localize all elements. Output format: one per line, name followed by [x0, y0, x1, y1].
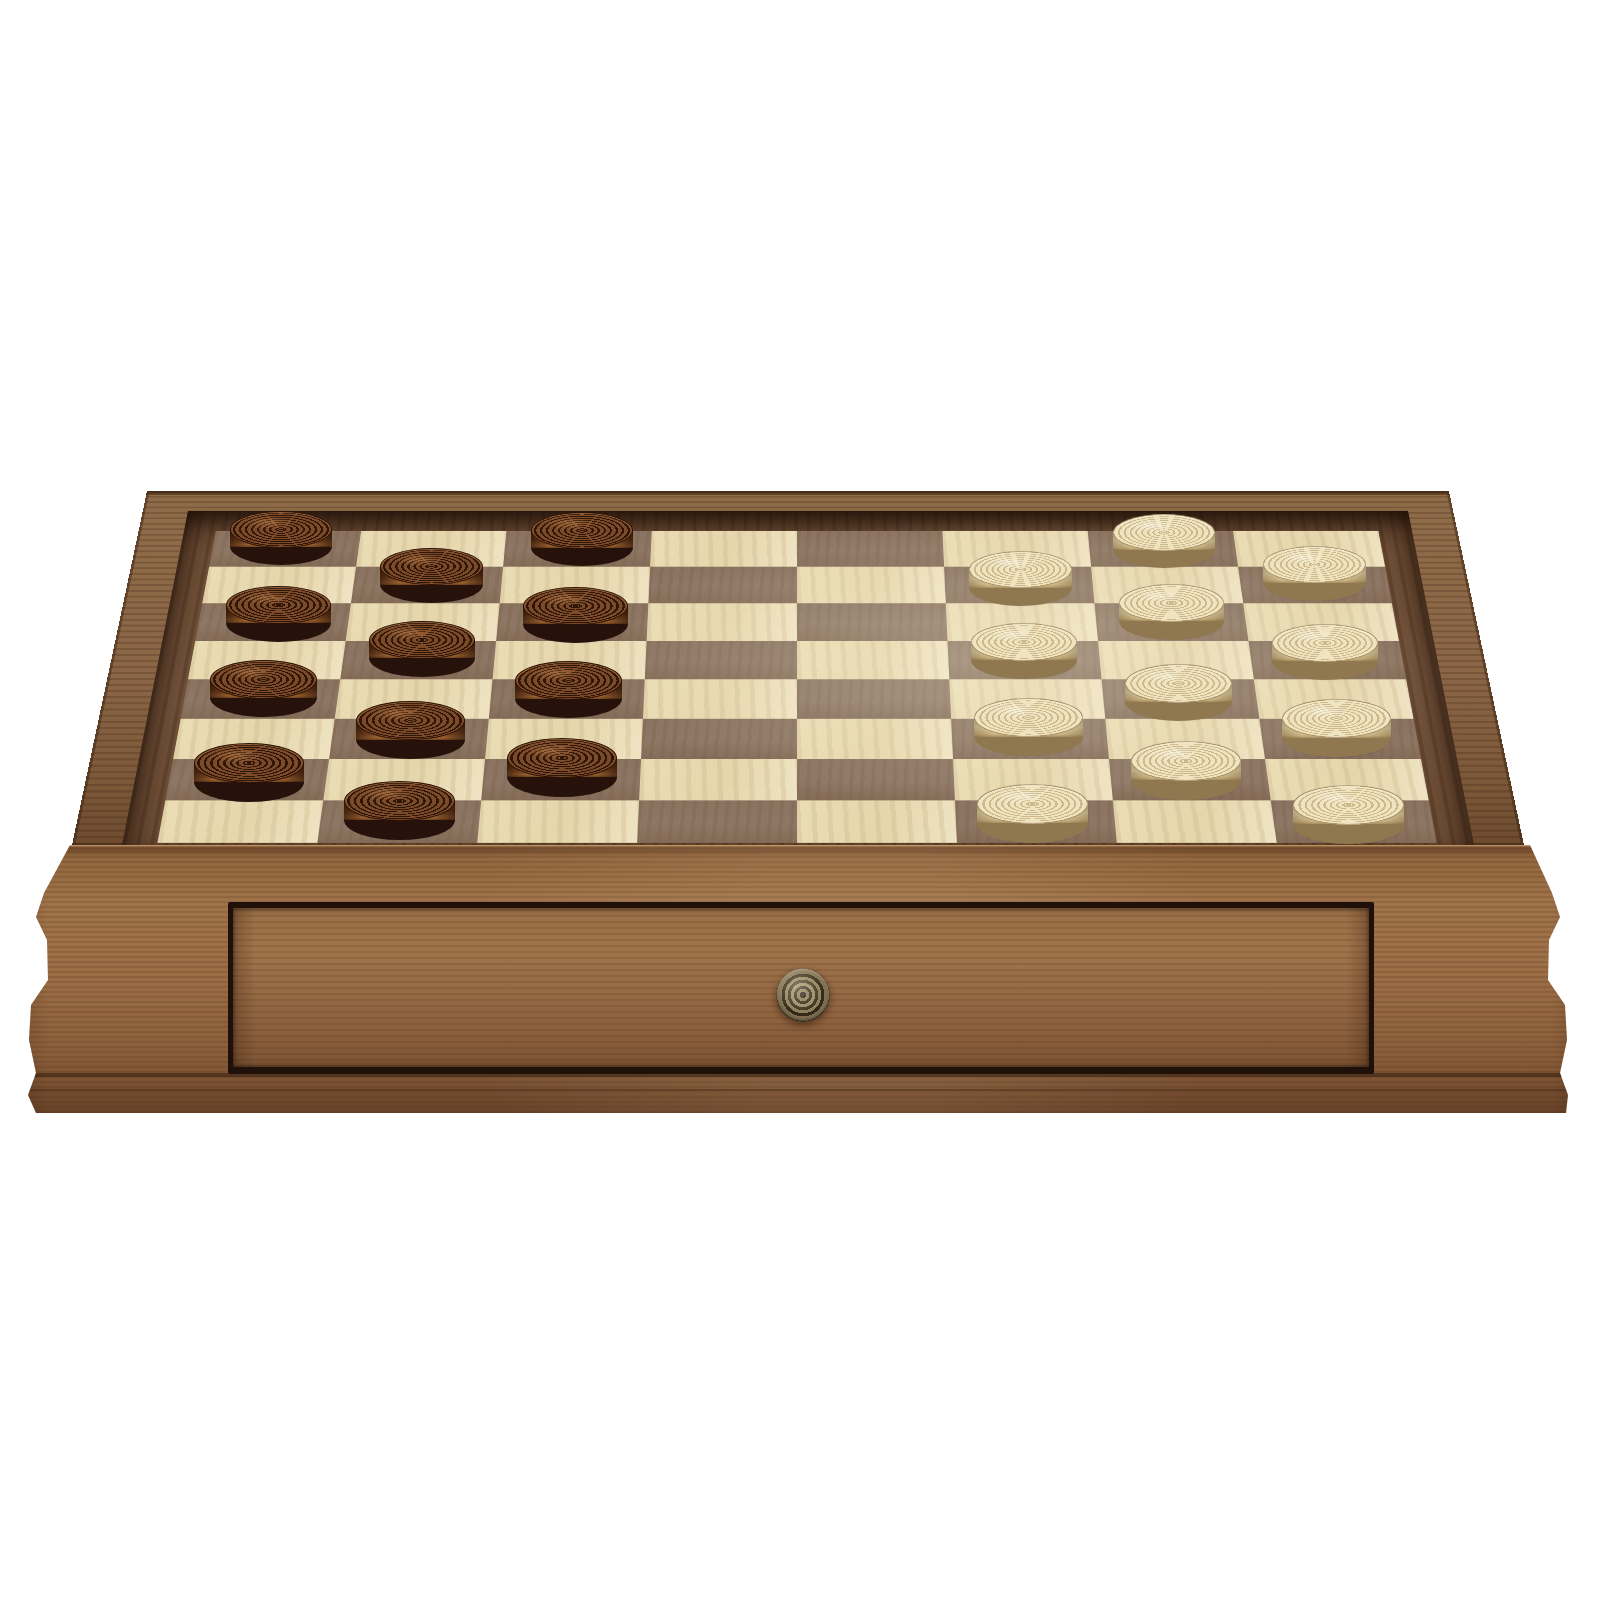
square-f1[interactable]: [942, 531, 1091, 567]
square-e1[interactable]: [797, 531, 944, 567]
square-h5[interactable]: [1254, 679, 1414, 718]
square-c5[interactable]: [489, 679, 645, 718]
square-a4[interactable]: [188, 641, 346, 679]
square-c8[interactable]: [477, 800, 639, 842]
square-b1[interactable]: [356, 531, 506, 567]
square-d2[interactable]: [648, 567, 797, 604]
drawer-gap: [228, 902, 1374, 1074]
checkerboard-grid: [157, 531, 1436, 843]
square-b5[interactable]: [335, 679, 493, 718]
square-d3[interactable]: [647, 603, 797, 641]
square-e5[interactable]: [797, 679, 951, 718]
square-a2[interactable]: [202, 567, 356, 604]
drawer-front[interactable]: [233, 908, 1369, 1067]
square-h1[interactable]: [1233, 531, 1385, 567]
square-e4[interactable]: [797, 641, 949, 679]
square-h3[interactable]: [1243, 603, 1399, 641]
square-f3[interactable]: [946, 603, 1098, 641]
square-a6[interactable]: [173, 719, 335, 759]
square-c4[interactable]: [493, 641, 647, 679]
square-e6[interactable]: [797, 719, 953, 759]
square-b7[interactable]: [323, 759, 485, 800]
square-a8[interactable]: [157, 800, 323, 842]
square-c3[interactable]: [496, 603, 648, 641]
square-e3[interactable]: [797, 603, 947, 641]
square-d4[interactable]: [645, 641, 797, 679]
square-g6[interactable]: [1105, 719, 1265, 759]
square-f6[interactable]: [951, 719, 1109, 759]
square-d7[interactable]: [639, 759, 797, 800]
square-g5[interactable]: [1102, 679, 1260, 718]
square-b6[interactable]: [329, 719, 489, 759]
square-f2[interactable]: [944, 567, 1094, 604]
square-g3[interactable]: [1094, 603, 1248, 641]
square-b4[interactable]: [340, 641, 496, 679]
square-a7[interactable]: [165, 759, 329, 800]
square-a5[interactable]: [181, 679, 341, 718]
square-h4[interactable]: [1248, 641, 1406, 679]
square-h7[interactable]: [1265, 759, 1429, 800]
checkers-box-product-photo: [0, 0, 1600, 1600]
game-board-surface: [72, 491, 1524, 845]
square-e2[interactable]: [797, 567, 946, 604]
square-b2[interactable]: [351, 567, 503, 604]
square-g7[interactable]: [1109, 759, 1271, 800]
square-h2[interactable]: [1238, 567, 1392, 604]
square-g1[interactable]: [1088, 531, 1238, 567]
square-d1[interactable]: [650, 531, 797, 567]
square-h8[interactable]: [1271, 800, 1437, 842]
square-e7[interactable]: [797, 759, 955, 800]
square-d8[interactable]: [637, 800, 797, 842]
drawer-knob[interactable]: [776, 968, 830, 1022]
square-c1[interactable]: [503, 531, 652, 567]
square-g2[interactable]: [1091, 567, 1243, 604]
square-f5[interactable]: [949, 679, 1105, 718]
square-b8[interactable]: [317, 800, 481, 842]
square-h6[interactable]: [1259, 719, 1421, 759]
square-d5[interactable]: [643, 679, 797, 718]
bottom-molding-groove-2: [0, 1089, 1600, 1091]
square-c7[interactable]: [481, 759, 641, 800]
square-d6[interactable]: [641, 719, 797, 759]
square-e8[interactable]: [797, 800, 957, 842]
square-c2[interactable]: [500, 567, 650, 604]
square-f8[interactable]: [955, 800, 1117, 842]
square-c6[interactable]: [485, 719, 643, 759]
square-g4[interactable]: [1098, 641, 1254, 679]
box-front-face: [0, 845, 1600, 1113]
bottom-molding-groove: [0, 1073, 1600, 1077]
square-g8[interactable]: [1113, 800, 1277, 842]
square-b3[interactable]: [346, 603, 500, 641]
square-f4[interactable]: [948, 641, 1102, 679]
square-f7[interactable]: [953, 759, 1113, 800]
square-a3[interactable]: [195, 603, 351, 641]
square-a1[interactable]: [209, 531, 361, 567]
